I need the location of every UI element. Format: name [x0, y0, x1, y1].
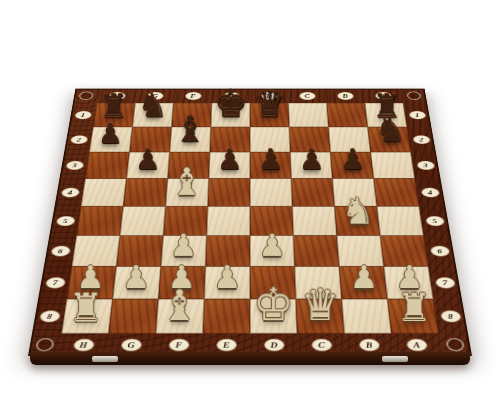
- square-a5[interactable]: [377, 206, 424, 235]
- square-g8[interactable]: [109, 299, 159, 333]
- piece-light-queen[interactable]: ♛: [301, 283, 340, 327]
- file-label-near-label: C: [311, 338, 333, 351]
- rank-label-left: 7: [38, 266, 72, 299]
- corner-ornament-icon: [445, 338, 465, 352]
- square-h4[interactable]: [81, 179, 126, 207]
- board-box-edge: [30, 352, 470, 365]
- square-e4[interactable]: [208, 179, 250, 207]
- file-label-far: B: [325, 89, 364, 103]
- square-g7[interactable]: ♟: [113, 266, 161, 299]
- rank-label-right: 5: [419, 206, 451, 235]
- corner-ornament-icon: [35, 338, 55, 352]
- rank-label-right-label: 8: [439, 310, 461, 322]
- square-g4[interactable]: [123, 179, 167, 207]
- square-a4[interactable]: [374, 179, 419, 207]
- rank-label-left-label: 2: [69, 135, 88, 144]
- square-e1[interactable]: ♚: [211, 103, 250, 127]
- piece-dark-king[interactable]: ♚: [214, 85, 248, 122]
- square-a8[interactable]: ♜: [387, 299, 438, 333]
- rank-label-right: 7: [428, 266, 462, 299]
- square-b7[interactable]: ♟: [339, 266, 387, 299]
- square-d1[interactable]: ♛: [250, 103, 289, 127]
- rank-label-right: 1: [403, 103, 431, 127]
- file-label-far-label: F: [184, 92, 201, 100]
- piece-light-rook[interactable]: ♜: [68, 288, 103, 327]
- square-d6[interactable]: ♟: [250, 236, 295, 267]
- square-b5[interactable]: ♞: [335, 206, 381, 235]
- rank-label-left-label: 6: [50, 245, 71, 256]
- file-label-far-label: C: [299, 92, 316, 100]
- file-label-near-label: D: [263, 338, 284, 351]
- file-label-far-label: B: [336, 92, 353, 100]
- piece-light-pawn[interactable]: ♟: [170, 230, 197, 260]
- rank-label-left-label: 3: [65, 160, 84, 169]
- rank-label-right-label: 3: [416, 160, 435, 169]
- square-c1[interactable]: [288, 103, 328, 127]
- file-label-near-label: G: [120, 338, 142, 351]
- square-h5[interactable]: [76, 206, 123, 235]
- board-perspective-scene: HGFEDCBA1♜♞♚♛♜12♟♝♞23♟♟♟♟♟34♝45♞56♟♟67♟♟…: [28, 89, 472, 356]
- hinge-icon: [92, 356, 118, 362]
- square-f4[interactable]: ♝: [165, 179, 208, 207]
- file-label-near-label: F: [168, 338, 190, 351]
- square-d8[interactable]: ♚: [250, 299, 297, 333]
- border-corner-ornament: [73, 89, 99, 103]
- square-h8[interactable]: ♜: [61, 299, 112, 333]
- square-d4[interactable]: [250, 179, 292, 207]
- rank-label-right: 3: [411, 152, 441, 178]
- square-b3[interactable]: ♟: [330, 152, 373, 178]
- piece-dark-pawn[interactable]: ♟: [98, 120, 123, 147]
- file-label-near-label: B: [358, 338, 380, 351]
- piece-light-bishop[interactable]: ♝: [161, 285, 199, 327]
- file-label-near-label: H: [72, 338, 95, 351]
- square-h2[interactable]: ♟: [89, 127, 132, 152]
- rank-label-right-label: 4: [420, 187, 440, 197]
- rank-label-right-label: 7: [434, 277, 456, 289]
- square-a2[interactable]: ♞: [368, 127, 411, 152]
- rank-label-right-label: 2: [412, 135, 431, 144]
- square-g1[interactable]: ♞: [132, 103, 173, 127]
- file-label-far: F: [173, 89, 212, 103]
- border-corner-ornament: [401, 89, 427, 103]
- piece-dark-knight[interactable]: ♞: [137, 89, 167, 122]
- piece-dark-pawn[interactable]: ♟: [340, 145, 365, 173]
- piece-dark-bishop[interactable]: ♝: [174, 111, 206, 147]
- rank-label-right: 2: [407, 127, 436, 152]
- piece-dark-pawn[interactable]: ♟: [299, 145, 324, 173]
- file-label-near-label: E: [216, 338, 237, 351]
- corner-ornament-icon: [78, 91, 94, 100]
- piece-light-king[interactable]: ♚: [253, 282, 293, 327]
- file-label-far: C: [288, 89, 327, 103]
- square-e8[interactable]: [203, 299, 250, 333]
- rank-label-left-label: 5: [55, 216, 75, 226]
- piece-dark-pawn[interactable]: ♟: [135, 145, 160, 173]
- square-c5[interactable]: [292, 206, 337, 235]
- square-e5[interactable]: [207, 206, 250, 235]
- square-e3[interactable]: ♟: [209, 152, 250, 178]
- rank-label-right-label: 5: [424, 216, 444, 226]
- rank-label-left-label: 8: [38, 310, 60, 322]
- file-label-near-label: A: [405, 338, 428, 351]
- square-e7[interactable]: ♟: [204, 266, 250, 299]
- rank-label-left-label: 4: [60, 187, 80, 197]
- chessboard-photo: HGFEDCBA1♜♞♚♛♜12♟♝♞23♟♟♟♟♟34♝45♞56♟♟67♟♟…: [0, 0, 500, 400]
- square-b8[interactable]: [342, 299, 392, 333]
- rank-label-right: 4: [415, 179, 446, 207]
- square-f8[interactable]: ♝: [156, 299, 204, 333]
- piece-dark-pawn[interactable]: ♟: [258, 145, 283, 173]
- square-b1[interactable]: [327, 103, 368, 127]
- piece-light-bishop[interactable]: ♝: [170, 163, 204, 201]
- square-g3[interactable]: ♟: [126, 152, 169, 178]
- square-f2[interactable]: ♝: [170, 127, 211, 152]
- corner-ornament-icon: [406, 91, 422, 100]
- piece-light-knight[interactable]: ♞: [341, 193, 374, 230]
- piece-light-pawn[interactable]: ♟: [259, 230, 286, 260]
- piece-dark-queen[interactable]: ♛: [253, 86, 286, 123]
- square-g5[interactable]: [120, 206, 166, 235]
- square-c3[interactable]: ♟: [290, 152, 332, 178]
- piece-light-pawn[interactable]: ♟: [350, 261, 378, 292]
- square-h3[interactable]: [85, 152, 129, 178]
- rank-label-right: 6: [424, 236, 457, 267]
- piece-light-rook[interactable]: ♜: [397, 288, 432, 327]
- square-c8[interactable]: ♛: [296, 299, 344, 333]
- square-d3[interactable]: ♟: [250, 152, 291, 178]
- square-c4[interactable]: [291, 179, 334, 207]
- rank-label-left-label: 7: [44, 277, 66, 289]
- piece-dark-pawn[interactable]: ♟: [217, 145, 242, 173]
- rank-label-right-label: 1: [408, 111, 426, 119]
- hinge-icon: [382, 356, 408, 362]
- rank-label-left-label: 1: [74, 111, 92, 119]
- piece-dark-knight[interactable]: ♞: [375, 113, 406, 147]
- piece-light-pawn[interactable]: ♟: [213, 261, 241, 292]
- rank-label-right-label: 6: [429, 245, 450, 256]
- chess-board: HGFEDCBA1♜♞♚♛♜12♟♝♞23♟♟♟♟♟34♝45♞56♟♟67♟♟…: [28, 89, 472, 356]
- piece-light-pawn[interactable]: ♟: [122, 261, 150, 292]
- square-a3[interactable]: [371, 152, 415, 178]
- rank-label-right: 8: [433, 299, 468, 333]
- square-c6[interactable]: [293, 236, 339, 267]
